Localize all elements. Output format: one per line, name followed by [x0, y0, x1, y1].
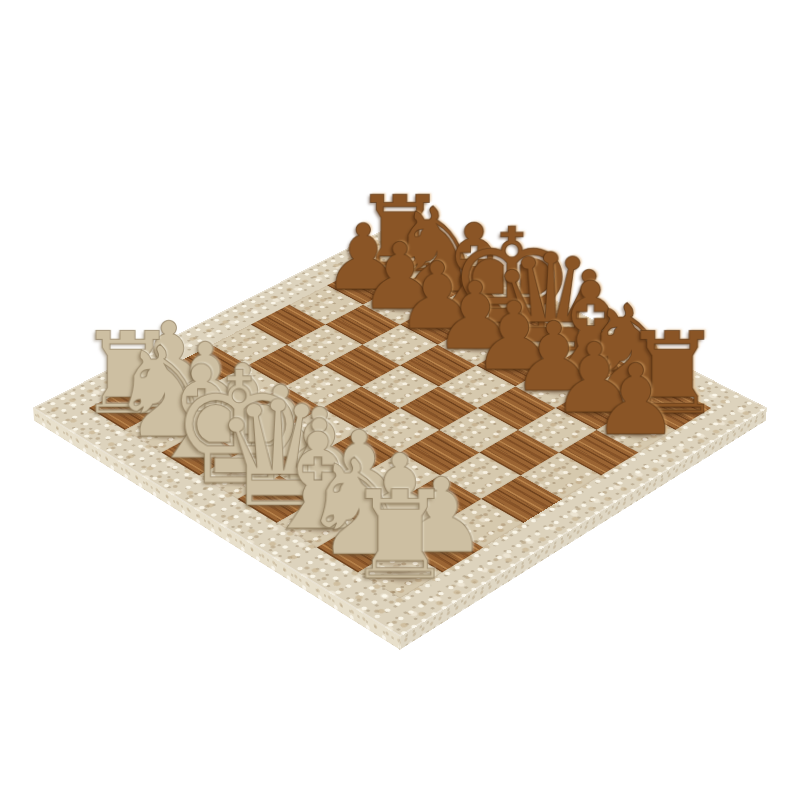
chess-board: ♜♞♝♚♛♝♞♜♟♟♟♟♟♟♟♟♟♟♟♟♟♟♟♟♜♞♝♚♛♝♞♜ — [32, 221, 767, 637]
square-h1: ♜ — [358, 547, 442, 598]
product-photo-chess-set: ♜♞♝♚♛♝♞♜♟♟♟♟♟♟♟♟♟♟♟♟♟♟♟♟♜♞♝♚♛♝♞♜ — [0, 0, 800, 800]
board-squares: ♜♞♝♚♛♝♞♜♟♟♟♟♟♟♟♟♟♟♟♟♟♟♟♟♜♞♝♚♛♝♞♜ — [89, 248, 711, 599]
